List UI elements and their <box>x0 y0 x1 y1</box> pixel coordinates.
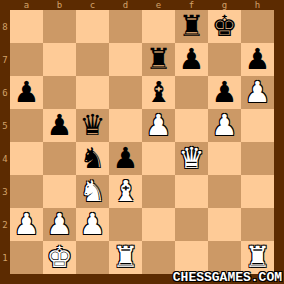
square-a1[interactable] <box>10 241 43 274</box>
black-pawn[interactable]: ♟ <box>212 76 238 109</box>
square-b6[interactable] <box>43 76 76 109</box>
square-g8[interactable]: ♚ <box>208 10 241 43</box>
chessgames-watermark: CHESSGAMES.COM <box>173 270 282 284</box>
square-d8[interactable] <box>109 10 142 43</box>
black-pawn[interactable]: ♟ <box>47 109 73 142</box>
square-e3[interactable] <box>142 175 175 208</box>
black-bishop[interactable]: ♝ <box>146 76 172 109</box>
rank-label-5: 5 <box>0 109 10 142</box>
black-rook[interactable]: ♜ <box>179 10 205 43</box>
square-e1[interactable] <box>142 241 175 274</box>
black-knight[interactable]: ♞ <box>80 142 106 175</box>
square-f8[interactable]: ♜ <box>175 10 208 43</box>
square-c1[interactable] <box>76 241 109 274</box>
square-h3[interactable] <box>241 175 274 208</box>
square-f2[interactable] <box>175 208 208 241</box>
square-a4[interactable] <box>10 142 43 175</box>
file-label-c: c <box>76 0 109 10</box>
square-d4[interactable]: ♟ <box>109 142 142 175</box>
square-a6[interactable]: ♟ <box>10 76 43 109</box>
square-e2[interactable] <box>142 208 175 241</box>
square-g4[interactable] <box>208 142 241 175</box>
square-d7[interactable] <box>109 43 142 76</box>
square-a8[interactable] <box>10 10 43 43</box>
rank-label-7: 7 <box>0 43 10 76</box>
white-queen[interactable]: ♛ <box>179 142 205 175</box>
file-label-d: d <box>109 0 142 10</box>
black-pawn[interactable]: ♟ <box>113 142 139 175</box>
square-f4[interactable]: ♛ <box>175 142 208 175</box>
black-pawn[interactable]: ♟ <box>14 76 40 109</box>
square-a7[interactable] <box>10 43 43 76</box>
file-label-h: h <box>241 0 274 10</box>
square-h5[interactable] <box>241 109 274 142</box>
square-g7[interactable] <box>208 43 241 76</box>
square-d2[interactable] <box>109 208 142 241</box>
square-b8[interactable] <box>43 10 76 43</box>
white-king[interactable]: ♚ <box>47 241 73 274</box>
white-pawn[interactable]: ♟ <box>245 76 271 109</box>
square-c8[interactable] <box>76 10 109 43</box>
square-b5[interactable]: ♟ <box>43 109 76 142</box>
black-king[interactable]: ♚ <box>212 10 238 43</box>
square-a2[interactable]: ♟ <box>10 208 43 241</box>
white-pawn[interactable]: ♟ <box>14 208 40 241</box>
white-pawn[interactable]: ♟ <box>146 109 172 142</box>
chess-board-frame: abcdefgh 87654321 ♜♚♜♟♟♟♝♟♟♟♛♟♟♞♟♛♞♝♟♟♟♚… <box>0 0 284 284</box>
white-pawn[interactable]: ♟ <box>80 208 106 241</box>
black-queen[interactable]: ♛ <box>80 109 106 142</box>
square-g6[interactable]: ♟ <box>208 76 241 109</box>
file-label-e: e <box>142 0 175 10</box>
white-pawn[interactable]: ♟ <box>47 208 73 241</box>
rank-label-3: 3 <box>0 175 10 208</box>
square-b3[interactable] <box>43 175 76 208</box>
square-a3[interactable] <box>10 175 43 208</box>
square-d3[interactable]: ♝ <box>109 175 142 208</box>
black-rook[interactable]: ♜ <box>146 43 172 76</box>
rank-label-4: 4 <box>0 142 10 175</box>
square-e4[interactable] <box>142 142 175 175</box>
white-rook[interactable]: ♜ <box>113 241 139 274</box>
rank-label-2: 2 <box>0 208 10 241</box>
rank-label-6: 6 <box>0 76 10 109</box>
square-c7[interactable] <box>76 43 109 76</box>
square-c5[interactable]: ♛ <box>76 109 109 142</box>
square-b1[interactable]: ♚ <box>43 241 76 274</box>
square-g5[interactable]: ♟ <box>208 109 241 142</box>
square-e5[interactable]: ♟ <box>142 109 175 142</box>
square-f3[interactable] <box>175 175 208 208</box>
square-b2[interactable]: ♟ <box>43 208 76 241</box>
square-f7[interactable]: ♟ <box>175 43 208 76</box>
square-c6[interactable] <box>76 76 109 109</box>
square-e8[interactable] <box>142 10 175 43</box>
square-h7[interactable]: ♟ <box>241 43 274 76</box>
square-d6[interactable] <box>109 76 142 109</box>
file-label-a: a <box>10 0 43 10</box>
square-b7[interactable] <box>43 43 76 76</box>
rank-labels: 87654321 <box>0 10 10 274</box>
white-pawn[interactable]: ♟ <box>212 109 238 142</box>
square-g2[interactable] <box>208 208 241 241</box>
black-pawn[interactable]: ♟ <box>179 43 205 76</box>
chess-board: ♜♚♜♟♟♟♝♟♟♟♛♟♟♞♟♛♞♝♟♟♟♚♜♜ <box>10 10 274 274</box>
square-h8[interactable] <box>241 10 274 43</box>
square-e6[interactable]: ♝ <box>142 76 175 109</box>
square-h2[interactable] <box>241 208 274 241</box>
square-c4[interactable]: ♞ <box>76 142 109 175</box>
square-c2[interactable]: ♟ <box>76 208 109 241</box>
file-label-b: b <box>43 0 76 10</box>
square-f6[interactable] <box>175 76 208 109</box>
square-d5[interactable] <box>109 109 142 142</box>
rank-label-8: 8 <box>0 10 10 43</box>
rank-label-1: 1 <box>0 241 10 274</box>
square-b4[interactable] <box>43 142 76 175</box>
square-c3[interactable]: ♞ <box>76 175 109 208</box>
square-d1[interactable]: ♜ <box>109 241 142 274</box>
square-a5[interactable] <box>10 109 43 142</box>
square-f5[interactable] <box>175 109 208 142</box>
square-h6[interactable]: ♟ <box>241 76 274 109</box>
square-g3[interactable] <box>208 175 241 208</box>
white-knight[interactable]: ♞ <box>80 175 106 208</box>
black-pawn[interactable]: ♟ <box>245 43 271 76</box>
square-e7[interactable]: ♜ <box>142 43 175 76</box>
square-h4[interactable] <box>241 142 274 175</box>
white-bishop[interactable]: ♝ <box>113 175 139 208</box>
